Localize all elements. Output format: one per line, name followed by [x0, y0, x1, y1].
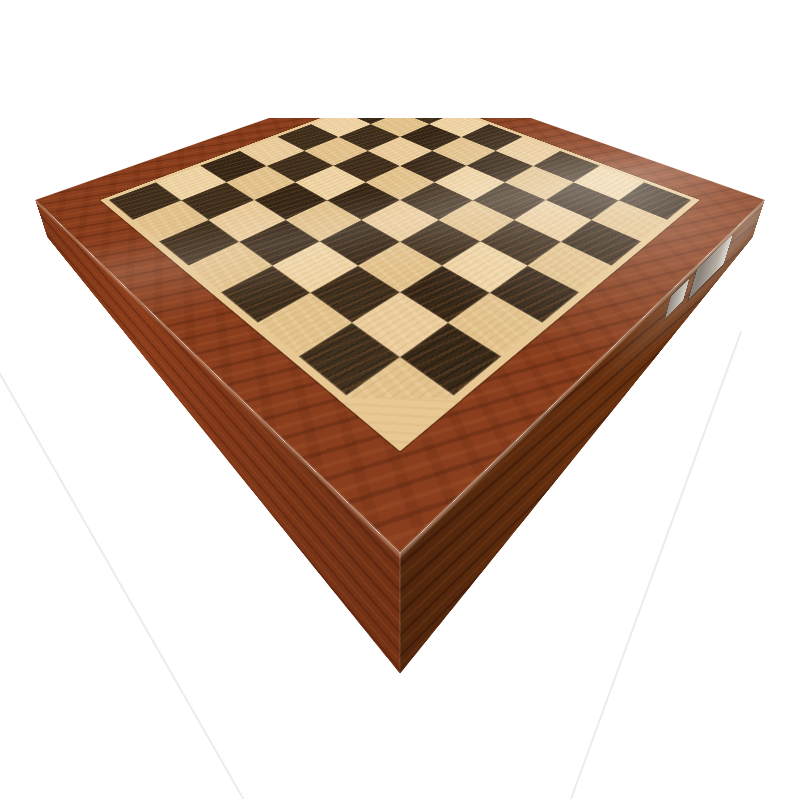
board-square [257, 292, 352, 356]
board-square [209, 200, 285, 241]
board-square [438, 200, 514, 241]
board-square [400, 322, 501, 395]
board-square [310, 265, 400, 322]
board-square [400, 220, 480, 266]
product-photo [0, 0, 800, 799]
board-square [591, 200, 667, 241]
board-square [188, 241, 273, 292]
board-square [346, 356, 454, 439]
photo-scene [0, 0, 800, 799]
board-square [273, 241, 358, 292]
board-square [133, 200, 209, 241]
board-square [448, 292, 543, 356]
board-square [352, 292, 447, 356]
board-square [490, 265, 580, 322]
board-square [515, 200, 591, 241]
board-square [159, 220, 239, 266]
board-square [285, 200, 361, 241]
board-square [358, 241, 443, 292]
board-square [442, 241, 527, 292]
chess-board [35, 72, 765, 553]
board-square [561, 220, 641, 266]
board-square [400, 265, 490, 322]
board-square [480, 220, 560, 266]
board-square [320, 220, 400, 266]
board-square [362, 200, 438, 241]
photo-crop-edge [0, 0, 800, 118]
board-square [239, 220, 319, 266]
board-square [527, 241, 612, 292]
board-square [299, 322, 400, 395]
board-square [221, 265, 311, 322]
